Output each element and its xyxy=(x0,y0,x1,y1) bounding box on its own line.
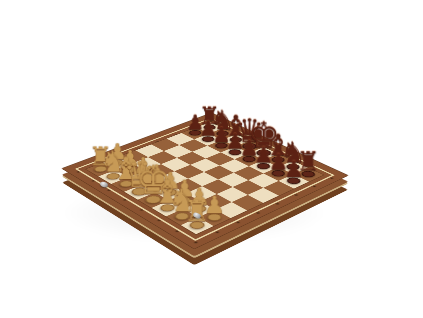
rook-glyph: ♜ xyxy=(174,196,220,225)
scene: ♜♞♝♛♚♝♞♜♟♟♟♟♟♟♟♟♟♟♟♟♟♟♟♟♜♞♝♛♚♝♞♜ xyxy=(0,0,423,318)
pawn-glyph: ♟ xyxy=(272,158,315,180)
product-photo-chess-set: ♜♞♝♛♚♝♞♜♟♟♟♟♟♟♟♟♟♟♟♟♟♟♟♟♜♞♝♛♚♝♞♜ xyxy=(0,0,423,318)
